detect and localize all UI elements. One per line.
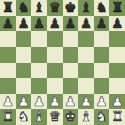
square-a2[interactable]: ♟	[0, 94, 16, 110]
white-pawn-piece: ♟	[64, 94, 76, 108]
square-h8[interactable]: ♜	[109, 0, 125, 16]
black-bishop-piece: ♝	[80, 1, 92, 15]
square-g7[interactable]: ♟	[94, 16, 110, 32]
black-pawn-piece: ♟	[96, 16, 108, 30]
black-knight-piece: ♞	[17, 1, 29, 15]
square-a1[interactable]: ♜	[0, 109, 16, 125]
square-f7[interactable]: ♟	[78, 16, 94, 32]
square-d8[interactable]: ♛	[47, 0, 63, 16]
square-h1[interactable]: ♜	[109, 109, 125, 125]
square-a4[interactable]	[0, 63, 16, 79]
square-e4[interactable]	[63, 63, 79, 79]
square-d4[interactable]	[47, 63, 63, 79]
square-b5[interactable]	[16, 47, 32, 63]
square-e1[interactable]: ♚	[63, 109, 79, 125]
square-b2[interactable]: ♟	[16, 94, 32, 110]
square-e6[interactable]	[63, 31, 79, 47]
square-h3[interactable]	[109, 78, 125, 94]
white-pawn-piece: ♟	[2, 94, 14, 108]
square-h4[interactable]	[109, 63, 125, 79]
square-g3[interactable]	[94, 78, 110, 94]
square-g2[interactable]: ♟	[94, 94, 110, 110]
square-a5[interactable]	[0, 47, 16, 63]
square-f5[interactable]	[78, 47, 94, 63]
square-b3[interactable]	[16, 78, 32, 94]
square-g4[interactable]	[94, 63, 110, 79]
square-g5[interactable]	[94, 47, 110, 63]
square-g8[interactable]: ♞	[94, 0, 110, 16]
square-g1[interactable]: ♞	[94, 109, 110, 125]
white-pawn-piece: ♟	[17, 94, 29, 108]
square-d2[interactable]: ♟	[47, 94, 63, 110]
white-queen-piece: ♛	[49, 110, 61, 124]
square-f1[interactable]: ♝	[78, 109, 94, 125]
white-pawn-piece: ♟	[49, 94, 61, 108]
black-pawn-piece: ♟	[80, 16, 92, 30]
square-h7[interactable]: ♟	[109, 16, 125, 32]
white-knight-piece: ♞	[17, 110, 29, 124]
square-f4[interactable]	[78, 63, 94, 79]
white-knight-piece: ♞	[96, 110, 108, 124]
white-bishop-piece: ♝	[80, 110, 92, 124]
square-a7[interactable]: ♟	[0, 16, 16, 32]
square-d3[interactable]	[47, 78, 63, 94]
black-king-piece: ♚	[64, 1, 76, 15]
square-d6[interactable]	[47, 31, 63, 47]
square-h2[interactable]: ♟	[109, 94, 125, 110]
square-c6[interactable]	[31, 31, 47, 47]
white-pawn-piece: ♟	[80, 94, 92, 108]
white-king-piece: ♚	[64, 110, 76, 124]
square-b1[interactable]: ♞	[16, 109, 32, 125]
square-d1[interactable]: ♛	[47, 109, 63, 125]
square-e7[interactable]: ♟	[63, 16, 79, 32]
black-knight-piece: ♞	[96, 1, 108, 15]
square-d5[interactable]	[47, 47, 63, 63]
black-pawn-piece: ♟	[49, 16, 61, 30]
square-e2[interactable]: ♟	[63, 94, 79, 110]
white-rook-piece: ♜	[2, 110, 14, 124]
square-c1[interactable]: ♝	[31, 109, 47, 125]
square-h5[interactable]	[109, 47, 125, 63]
square-b4[interactable]	[16, 63, 32, 79]
square-a3[interactable]	[0, 78, 16, 94]
black-pawn-piece: ♟	[2, 16, 14, 30]
white-bishop-piece: ♝	[33, 110, 45, 124]
square-b6[interactable]	[16, 31, 32, 47]
square-g6[interactable]	[94, 31, 110, 47]
square-f3[interactable]	[78, 78, 94, 94]
square-f6[interactable]	[78, 31, 94, 47]
black-rook-piece: ♜	[2, 1, 14, 15]
white-pawn-piece: ♟	[33, 94, 45, 108]
square-c7[interactable]: ♟	[31, 16, 47, 32]
black-pawn-piece: ♟	[64, 16, 76, 30]
square-e5[interactable]	[63, 47, 79, 63]
square-c2[interactable]: ♟	[31, 94, 47, 110]
square-a6[interactable]	[0, 31, 16, 47]
square-e3[interactable]	[63, 78, 79, 94]
white-rook-piece: ♜	[111, 110, 123, 124]
square-b8[interactable]: ♞	[16, 0, 32, 16]
black-queen-piece: ♛	[49, 1, 61, 15]
black-rook-piece: ♜	[111, 1, 123, 15]
square-b7[interactable]: ♟	[16, 16, 32, 32]
black-pawn-piece: ♟	[33, 16, 45, 30]
white-pawn-piece: ♟	[96, 94, 108, 108]
square-c3[interactable]	[31, 78, 47, 94]
square-e8[interactable]: ♚	[63, 0, 79, 16]
board-container: ♜♞♝♛♚♝♞♜♟♟♟♟♟♟♟♟♟♟♟♟♟♟♟♟♜♞♝♛♚♝♞♜	[0, 0, 125, 125]
square-c8[interactable]: ♝	[31, 0, 47, 16]
square-d7[interactable]: ♟	[47, 16, 63, 32]
square-a8[interactable]: ♜	[0, 0, 16, 16]
white-pawn-piece: ♟	[111, 94, 123, 108]
square-h6[interactable]	[109, 31, 125, 47]
chess-board: ♜♞♝♛♚♝♞♜♟♟♟♟♟♟♟♟♟♟♟♟♟♟♟♟♜♞♝♛♚♝♞♜	[0, 0, 125, 125]
square-c4[interactable]	[31, 63, 47, 79]
black-pawn-piece: ♟	[111, 16, 123, 30]
black-bishop-piece: ♝	[33, 1, 45, 15]
black-pawn-piece: ♟	[17, 16, 29, 30]
square-c5[interactable]	[31, 47, 47, 63]
square-f2[interactable]: ♟	[78, 94, 94, 110]
square-f8[interactable]: ♝	[78, 0, 94, 16]
